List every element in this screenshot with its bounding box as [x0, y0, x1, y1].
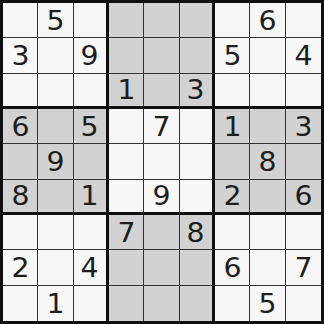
given-digit: 1 — [81, 182, 99, 209]
cell-r5c8[interactable]: 8 — [250, 144, 285, 179]
cell-r1c7[interactable] — [215, 3, 250, 38]
cell-r6c2[interactable] — [38, 180, 73, 215]
cell-r9c7[interactable] — [215, 286, 250, 321]
cell-r6c3[interactable]: 1 — [74, 180, 109, 215]
cell-r6c9[interactable]: 6 — [286, 180, 321, 215]
given-digit: 6 — [223, 254, 241, 281]
given-digit: 5 — [81, 113, 99, 140]
cell-r8c2[interactable] — [38, 250, 73, 285]
given-digit: 7 — [152, 113, 170, 140]
cell-r4c1[interactable]: 6 — [3, 109, 38, 144]
cell-r4c5[interactable]: 7 — [144, 109, 179, 144]
cell-r9c5[interactable] — [144, 286, 179, 321]
cell-r5c6[interactable] — [180, 144, 215, 179]
cell-r6c5[interactable]: 9 — [144, 180, 179, 215]
cell-r1c1[interactable] — [3, 3, 38, 38]
cell-r7c6[interactable]: 8 — [180, 215, 215, 250]
cell-r4c2[interactable] — [38, 109, 73, 144]
cell-r8c4[interactable] — [109, 250, 144, 285]
given-digit: 1 — [117, 76, 135, 103]
cell-r3c8[interactable] — [250, 74, 285, 109]
given-digit: 9 — [46, 148, 64, 175]
given-digit: 3 — [187, 76, 205, 103]
given-digit: 7 — [117, 219, 135, 246]
cell-r4c8[interactable] — [250, 109, 285, 144]
cell-r2c3[interactable]: 9 — [74, 38, 109, 73]
cell-r9c9[interactable] — [286, 286, 321, 321]
cell-r4c9[interactable]: 3 — [286, 109, 321, 144]
cell-r7c9[interactable] — [286, 215, 321, 250]
cell-r8c9[interactable]: 7 — [286, 250, 321, 285]
cell-r6c4[interactable] — [109, 180, 144, 215]
cell-r3c5[interactable] — [144, 74, 179, 109]
cell-r9c3[interactable] — [74, 286, 109, 321]
cell-r5c5[interactable] — [144, 144, 179, 179]
cell-r1c8[interactable]: 6 — [250, 3, 285, 38]
cell-r6c1[interactable]: 8 — [3, 180, 38, 215]
given-digit: 5 — [223, 42, 241, 69]
given-digit: 6 — [294, 182, 312, 209]
cell-r3c4[interactable]: 1 — [109, 74, 144, 109]
cell-r1c9[interactable] — [286, 3, 321, 38]
cell-r6c8[interactable] — [250, 180, 285, 215]
cell-r5c3[interactable] — [74, 144, 109, 179]
given-digit: 7 — [294, 254, 312, 281]
cell-r2c6[interactable] — [180, 38, 215, 73]
cell-r3c6[interactable]: 3 — [180, 74, 215, 109]
given-digit: 5 — [258, 290, 276, 317]
cell-r8c8[interactable] — [250, 250, 285, 285]
cell-r7c4[interactable]: 7 — [109, 215, 144, 250]
cell-r9c8[interactable]: 5 — [250, 286, 285, 321]
cell-r8c6[interactable] — [180, 250, 215, 285]
cell-r2c5[interactable] — [144, 38, 179, 73]
given-digit: 6 — [258, 7, 276, 34]
cell-r9c6[interactable] — [180, 286, 215, 321]
cell-r1c5[interactable] — [144, 3, 179, 38]
cell-r4c4[interactable] — [109, 109, 144, 144]
cell-r7c2[interactable] — [38, 215, 73, 250]
given-digit: 9 — [152, 182, 170, 209]
cell-r2c2[interactable] — [38, 38, 73, 73]
given-digit: 8 — [258, 148, 276, 175]
cell-r6c7[interactable]: 2 — [215, 180, 250, 215]
given-digit: 2 — [223, 182, 241, 209]
cell-r3c7[interactable] — [215, 74, 250, 109]
cell-r8c5[interactable] — [144, 250, 179, 285]
cell-r9c2[interactable]: 1 — [38, 286, 73, 321]
given-digit: 8 — [11, 182, 29, 209]
cell-r7c3[interactable] — [74, 215, 109, 250]
cell-r1c3[interactable] — [74, 3, 109, 38]
cell-r2c8[interactable] — [250, 38, 285, 73]
given-digit: 3 — [294, 113, 312, 140]
cell-r4c6[interactable] — [180, 109, 215, 144]
cell-r7c1[interactable] — [3, 215, 38, 250]
cell-r8c1[interactable]: 2 — [3, 250, 38, 285]
given-digit: 1 — [223, 113, 241, 140]
cell-r7c8[interactable] — [250, 215, 285, 250]
cell-r8c7[interactable]: 6 — [215, 250, 250, 285]
cell-r5c1[interactable] — [3, 144, 38, 179]
given-digit: 8 — [187, 219, 205, 246]
cell-r1c2[interactable]: 5 — [38, 3, 73, 38]
cell-r5c2[interactable]: 9 — [38, 144, 73, 179]
cell-r3c1[interactable] — [3, 74, 38, 109]
cell-r5c7[interactable] — [215, 144, 250, 179]
cell-r6c6[interactable] — [180, 180, 215, 215]
cell-r5c4[interactable] — [109, 144, 144, 179]
cell-r3c2[interactable] — [38, 74, 73, 109]
given-digit: 1 — [46, 290, 64, 317]
cell-r4c7[interactable]: 1 — [215, 109, 250, 144]
cell-r3c3[interactable] — [74, 74, 109, 109]
cell-r4c3[interactable]: 5 — [74, 109, 109, 144]
given-digit: 6 — [11, 113, 29, 140]
cell-r3c9[interactable] — [286, 74, 321, 109]
sudoku-board: 5639541365713988192678246715 — [0, 0, 324, 324]
cell-r9c1[interactable] — [3, 286, 38, 321]
cell-r8c3[interactable]: 4 — [74, 250, 109, 285]
given-digit: 2 — [11, 254, 29, 281]
cell-r5c9[interactable] — [286, 144, 321, 179]
cell-r2c7[interactable]: 5 — [215, 38, 250, 73]
cell-r7c5[interactable] — [144, 215, 179, 250]
given-digit: 5 — [46, 7, 64, 34]
given-digit: 9 — [81, 42, 99, 69]
given-digit: 3 — [11, 42, 29, 69]
cell-r7c7[interactable] — [215, 215, 250, 250]
cell-r1c4[interactable] — [109, 3, 144, 38]
cell-r2c9[interactable]: 4 — [286, 38, 321, 73]
cell-r1c6[interactable] — [180, 3, 215, 38]
given-digit: 4 — [81, 254, 99, 281]
cell-r2c4[interactable] — [109, 38, 144, 73]
cell-r2c1[interactable]: 3 — [3, 38, 38, 73]
cell-r9c4[interactable] — [109, 286, 144, 321]
given-digit: 4 — [294, 42, 312, 69]
